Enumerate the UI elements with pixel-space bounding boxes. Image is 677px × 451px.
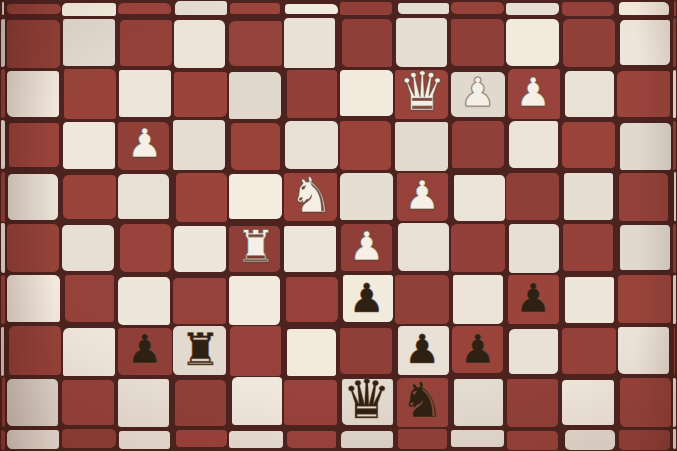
red-square[interactable]: ♟ [395, 171, 451, 222]
red-square-paint [118, 3, 171, 14]
red-square[interactable] [173, 274, 229, 325]
red-square[interactable] [672, 17, 677, 68]
red-square[interactable] [672, 223, 677, 274]
red-square[interactable] [617, 274, 673, 325]
red-square[interactable] [284, 68, 340, 119]
light-square[interactable] [62, 325, 118, 376]
light-square-paint [229, 431, 283, 448]
red-square-paint [451, 224, 505, 271]
light-square-paint [7, 430, 59, 449]
light-square[interactable] [561, 428, 617, 451]
light-square[interactable] [173, 223, 229, 274]
light-square-paint [174, 226, 227, 272]
light-square[interactable] [617, 17, 673, 68]
light-square[interactable] [339, 68, 395, 119]
light-square-paint [1, 120, 5, 169]
light-square-paint [119, 70, 172, 117]
light-square[interactable]: ♛ [339, 377, 395, 428]
light-square[interactable] [672, 68, 677, 119]
board-row [0, 17, 677, 68]
white-pawn[interactable]: ♟ [349, 227, 385, 267]
light-square-paint [284, 18, 335, 68]
light-square[interactable] [450, 428, 506, 451]
red-square-paint [62, 429, 115, 449]
red-square[interactable] [339, 120, 395, 171]
light-square-paint [673, 378, 676, 427]
light-square[interactable] [284, 120, 340, 171]
light-square[interactable] [672, 171, 677, 222]
red-square-paint [398, 429, 447, 449]
light-square-paint [62, 225, 113, 271]
black-pawn[interactable]: ♟ [127, 329, 163, 369]
red-square-paint [562, 122, 615, 168]
board-row: ♛♟♟ [0, 68, 677, 119]
light-square[interactable] [228, 274, 284, 325]
light-square-paint [1, 223, 5, 272]
red-square[interactable] [561, 223, 617, 274]
red-square[interactable] [6, 17, 62, 68]
red-square[interactable] [117, 17, 173, 68]
red-square-paint [674, 327, 676, 376]
red-square[interactable] [450, 0, 506, 17]
red-square[interactable]: ♜ [228, 223, 284, 274]
light-square-paint [118, 379, 169, 426]
board-row: ♟♜♟♟ [0, 325, 677, 376]
light-square[interactable] [561, 274, 617, 325]
red-square[interactable] [117, 223, 173, 274]
light-square-paint [8, 174, 58, 220]
light-square-paint [284, 226, 335, 273]
red-square[interactable]: ♛ [395, 68, 451, 119]
red-square-paint [63, 175, 116, 219]
red-square[interactable]: ♟ [506, 68, 562, 119]
chess-scene: ♛♟♟♟♞♟♜♟♟♟♟♜♟♟♛♞ [0, 0, 677, 451]
light-square-paint [674, 172, 676, 221]
red-square[interactable] [672, 325, 677, 376]
light-square[interactable] [62, 0, 118, 17]
red-square[interactable] [450, 223, 506, 274]
light-square-paint [340, 70, 393, 116]
light-square[interactable] [450, 377, 506, 428]
light-square-paint [398, 3, 449, 14]
red-square-paint [230, 3, 280, 14]
light-square-paint [173, 120, 225, 170]
light-square-paint [618, 327, 670, 374]
light-square-paint [509, 121, 558, 167]
light-square[interactable] [228, 68, 284, 119]
light-square[interactable] [117, 68, 173, 119]
light-square-paint [506, 19, 559, 66]
light-square-paint [287, 329, 336, 376]
red-square-paint [173, 278, 225, 324]
red-square-paint [619, 173, 669, 221]
red-square[interactable] [395, 274, 451, 325]
light-square[interactable] [617, 223, 673, 274]
red-square[interactable] [62, 428, 118, 451]
red-square-paint [507, 431, 558, 450]
light-square-paint [1, 327, 5, 376]
light-square-paint [620, 123, 671, 170]
red-square-paint [1, 430, 5, 450]
red-square[interactable] [617, 68, 673, 119]
red-square[interactable] [561, 120, 617, 171]
red-square-paint [9, 123, 60, 168]
red-square-paint [451, 19, 504, 67]
red-square-paint [7, 224, 59, 273]
red-square[interactable] [617, 377, 673, 428]
red-square[interactable] [506, 377, 562, 428]
red-square-paint [619, 430, 670, 450]
light-square[interactable] [117, 428, 173, 451]
light-square[interactable] [506, 223, 562, 274]
red-square[interactable] [284, 377, 340, 428]
light-square-paint [454, 379, 504, 426]
light-square-paint [7, 275, 61, 322]
red-square[interactable] [6, 120, 62, 171]
red-square-paint [617, 71, 670, 117]
light-square-paint [673, 70, 675, 119]
red-square[interactable] [173, 377, 229, 428]
light-square-paint [395, 122, 448, 171]
light-square[interactable] [617, 0, 673, 17]
chess-board: ♛♟♟♟♞♟♜♟♟♟♟♜♟♟♛♞ [0, 0, 677, 451]
red-square[interactable] [617, 428, 673, 451]
board-row [0, 0, 677, 17]
light-square[interactable] [6, 68, 62, 119]
light-square[interactable] [617, 120, 673, 171]
red-square-paint [120, 20, 172, 67]
black-rook[interactable]: ♜ [180, 327, 220, 372]
red-square[interactable] [672, 120, 677, 171]
light-square-paint [398, 223, 449, 271]
red-square[interactable] [450, 120, 506, 171]
red-square[interactable] [395, 428, 451, 451]
red-square[interactable] [6, 0, 62, 17]
light-square[interactable] [117, 274, 173, 325]
black-pawn[interactable]: ♟ [460, 329, 496, 369]
red-square-paint [618, 275, 671, 323]
light-square[interactable] [117, 171, 173, 222]
light-square-paint [451, 430, 504, 447]
black-queen[interactable]: ♛ [343, 373, 391, 427]
red-square-paint [562, 328, 615, 375]
red-square[interactable] [62, 171, 118, 222]
light-square[interactable] [62, 17, 118, 68]
light-square[interactable]: ♜ [173, 325, 229, 376]
light-square[interactable] [228, 377, 284, 428]
red-square[interactable] [506, 428, 562, 451]
light-square[interactable]: ♟ [339, 274, 395, 325]
light-square[interactable] [284, 223, 340, 274]
red-square-paint [9, 326, 61, 375]
red-square[interactable] [617, 171, 673, 222]
red-square[interactable] [6, 223, 62, 274]
light-square-paint [340, 173, 393, 220]
light-square[interactable] [506, 120, 562, 171]
light-square[interactable] [6, 428, 62, 451]
light-square[interactable] [450, 171, 506, 222]
red-square-paint [1, 172, 5, 222]
red-square[interactable] [561, 17, 617, 68]
light-square[interactable] [6, 171, 62, 222]
board-row: ♛♞ [0, 377, 677, 428]
red-square[interactable] [506, 171, 562, 222]
red-square[interactable] [284, 428, 340, 451]
light-square-paint [509, 329, 558, 375]
red-square[interactable]: ♟ [117, 120, 173, 171]
light-square[interactable] [228, 428, 284, 451]
red-square-paint [340, 121, 391, 171]
light-square-paint [63, 122, 115, 169]
light-square[interactable] [339, 428, 395, 451]
light-square-paint [285, 121, 338, 169]
red-square-paint [7, 4, 60, 14]
black-pawn[interactable]: ♟ [404, 329, 440, 369]
white-knight[interactable]: ♞ [289, 170, 333, 219]
red-square[interactable] [339, 17, 395, 68]
red-square-paint [230, 326, 281, 375]
red-square[interactable]: ♟ [339, 223, 395, 274]
light-square[interactable] [506, 0, 562, 17]
light-square[interactable] [561, 68, 617, 119]
white-queen[interactable]: ♛ [398, 65, 446, 119]
light-square-paint [285, 4, 339, 15]
light-square[interactable] [6, 274, 62, 325]
red-square-paint [563, 224, 613, 271]
board-row [0, 428, 677, 451]
light-square[interactable] [506, 17, 562, 68]
light-square-paint [453, 275, 503, 325]
black-pawn[interactable]: ♟ [515, 278, 551, 318]
red-square[interactable] [672, 0, 677, 17]
light-square-paint [565, 277, 614, 323]
light-square-paint [229, 174, 282, 219]
red-square[interactable]: ♟ [450, 325, 506, 376]
white-pawn[interactable]: ♟ [404, 175, 440, 215]
red-square-paint [340, 2, 392, 15]
light-square-paint [564, 173, 613, 220]
light-square[interactable] [450, 274, 506, 325]
red-square-paint [176, 173, 227, 222]
light-square-paint [562, 380, 614, 426]
board-row: ♟ [0, 120, 677, 171]
red-square-paint [342, 19, 391, 67]
red-square[interactable] [450, 17, 506, 68]
red-square[interactable] [284, 274, 340, 325]
light-square-paint [673, 275, 676, 324]
board-row: ♞♟ [0, 171, 677, 222]
light-square[interactable] [395, 223, 451, 274]
white-pawn[interactable]: ♟ [460, 72, 496, 112]
red-square-paint [673, 18, 676, 67]
red-square-paint [674, 1, 677, 16]
light-square[interactable] [62, 223, 118, 274]
red-square-paint [65, 275, 115, 322]
red-square[interactable] [561, 325, 617, 376]
light-square-paint [118, 174, 169, 220]
red-square-paint [287, 431, 337, 448]
light-square-paint [174, 20, 224, 67]
light-square-paint [62, 3, 116, 16]
light-square-paint [565, 71, 614, 117]
light-square[interactable] [228, 171, 284, 222]
red-square-paint [507, 379, 558, 428]
board-row: ♜♟ [0, 223, 677, 274]
red-square-paint [673, 121, 676, 170]
red-square[interactable] [6, 325, 62, 376]
red-square-paint [563, 19, 614, 67]
light-square[interactable] [339, 171, 395, 222]
light-square[interactable] [506, 325, 562, 376]
red-square[interactable] [62, 377, 118, 428]
light-square-paint [119, 431, 170, 449]
light-square[interactable] [173, 120, 229, 171]
light-square-paint [506, 3, 558, 15]
red-square[interactable]: ♞ [284, 171, 340, 222]
light-square-paint [454, 175, 505, 221]
light-square-paint [1, 19, 5, 67]
light-square[interactable] [561, 171, 617, 222]
light-square-paint [565, 430, 616, 449]
light-square-paint [2, 2, 5, 16]
light-square[interactable] [117, 377, 173, 428]
light-square-paint [620, 20, 670, 66]
red-square[interactable] [62, 274, 118, 325]
red-square[interactable] [173, 428, 229, 451]
light-square-paint [229, 276, 280, 325]
light-square[interactable] [284, 0, 340, 17]
light-square[interactable] [6, 377, 62, 428]
red-square-paint [1, 275, 5, 324]
light-square[interactable] [395, 0, 451, 17]
red-square-paint [506, 173, 559, 220]
light-square-paint [118, 277, 170, 324]
light-square[interactable]: ♟ [395, 325, 451, 376]
red-square[interactable]: ♟ [117, 325, 173, 376]
red-square-paint [231, 123, 280, 170]
light-square[interactable] [561, 377, 617, 428]
red-square[interactable] [117, 0, 173, 17]
red-square-paint [120, 224, 171, 273]
light-square-paint [229, 72, 281, 119]
red-square-paint [1, 69, 5, 118]
light-square-paint [619, 2, 669, 15]
light-square-paint [7, 71, 58, 118]
red-square[interactable] [173, 171, 229, 222]
red-square-paint [229, 21, 282, 66]
light-square-paint [509, 224, 559, 274]
light-square-paint [63, 19, 116, 66]
light-square[interactable] [617, 325, 673, 376]
red-square[interactable] [62, 68, 118, 119]
light-square[interactable]: ♟ [450, 68, 506, 119]
light-square[interactable] [173, 0, 229, 17]
red-square-paint [62, 380, 114, 425]
light-square[interactable] [395, 120, 451, 171]
light-square-paint [673, 429, 676, 449]
light-square-paint [341, 431, 393, 448]
light-square[interactable] [284, 325, 340, 376]
black-knight[interactable]: ♞ [400, 376, 444, 425]
red-square-paint [286, 277, 338, 322]
red-square-paint [620, 378, 671, 428]
light-square-paint [175, 1, 227, 15]
light-square[interactable] [672, 377, 677, 428]
red-square-paint [287, 70, 337, 118]
light-square-paint [63, 328, 115, 376]
light-square[interactable] [173, 17, 229, 68]
red-square[interactable] [173, 68, 229, 119]
red-square[interactable]: ♞ [395, 377, 451, 428]
white-rook[interactable]: ♜ [236, 224, 276, 269]
light-square[interactable] [672, 428, 677, 451]
black-pawn[interactable]: ♟ [349, 278, 385, 318]
white-pawn[interactable]: ♟ [515, 72, 551, 112]
red-square[interactable] [228, 120, 284, 171]
red-square-paint [176, 430, 227, 447]
red-square-paint [175, 380, 227, 427]
red-square-paint [7, 20, 61, 68]
light-square[interactable] [672, 274, 677, 325]
red-square[interactable] [339, 0, 395, 17]
white-pawn[interactable]: ♟ [127, 124, 163, 164]
red-square-paint [64, 69, 116, 119]
red-square[interactable] [228, 17, 284, 68]
red-square[interactable] [228, 0, 284, 17]
red-square-paint [395, 275, 448, 325]
red-square-paint [673, 224, 676, 273]
light-square-paint [620, 225, 670, 270]
red-square-paint [2, 377, 5, 426]
board-row: ♟♟ [0, 274, 677, 325]
red-square-paint [284, 380, 337, 425]
red-square-paint [562, 2, 614, 16]
red-square-paint [452, 121, 504, 168]
light-square-paint [7, 379, 58, 426]
red-square-paint [451, 2, 504, 13]
red-square[interactable] [561, 0, 617, 17]
light-square[interactable] [284, 17, 340, 68]
light-square-paint [232, 377, 282, 424]
light-square[interactable] [62, 120, 118, 171]
red-square-paint [174, 72, 227, 117]
red-square[interactable] [228, 325, 284, 376]
red-square[interactable]: ♟ [506, 274, 562, 325]
